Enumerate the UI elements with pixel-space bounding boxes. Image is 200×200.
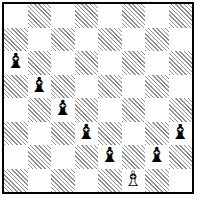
square-e3[interactable] [98,122,122,146]
square-f1[interactable]: ♗ [122,169,146,193]
square-c2[interactable] [51,145,75,169]
square-b2[interactable] [28,145,52,169]
square-b3[interactable] [28,122,52,146]
square-e8[interactable] [98,4,122,28]
square-g4[interactable] [145,98,169,122]
square-e4[interactable] [98,98,122,122]
square-g6[interactable] [145,51,169,75]
square-h2[interactable] [169,145,193,169]
square-f6[interactable] [122,51,146,75]
square-b4[interactable] [28,98,52,122]
square-d4[interactable] [75,98,99,122]
square-b7[interactable] [28,28,52,52]
square-a7[interactable] [4,28,28,52]
black-bishop[interactable]: ♝ [6,51,25,72]
square-e6[interactable] [98,51,122,75]
square-a4[interactable] [4,98,28,122]
square-d1[interactable] [75,169,99,193]
square-a5[interactable] [4,75,28,99]
square-d2[interactable] [75,145,99,169]
square-e5[interactable] [98,75,122,99]
black-bishop[interactable]: ♝ [77,122,96,143]
square-g1[interactable] [145,169,169,193]
square-a1[interactable] [4,169,28,193]
square-g2[interactable]: ♝ [145,145,169,169]
square-d6[interactable] [75,51,99,75]
black-bishop[interactable]: ♝ [100,145,119,166]
black-bishop[interactable]: ♝ [30,75,49,96]
square-a6[interactable]: ♝ [4,51,28,75]
square-g3[interactable] [145,122,169,146]
square-b8[interactable] [28,4,52,28]
square-f4[interactable] [122,98,146,122]
square-a3[interactable] [4,122,28,146]
square-c6[interactable] [51,51,75,75]
square-h6[interactable] [169,51,193,75]
square-c5[interactable] [51,75,75,99]
square-h8[interactable] [169,4,193,28]
square-g5[interactable] [145,75,169,99]
square-f2[interactable] [122,145,146,169]
black-bishop[interactable]: ♝ [171,122,190,143]
black-bishop[interactable]: ♝ [53,98,72,119]
square-f5[interactable] [122,75,146,99]
square-c3[interactable] [51,122,75,146]
square-b5[interactable]: ♝ [28,75,52,99]
square-d7[interactable] [75,28,99,52]
square-c1[interactable] [51,169,75,193]
square-b1[interactable] [28,169,52,193]
square-e2[interactable]: ♝ [98,145,122,169]
chess-board: ♝♝♝♝♝♝♝♗ [2,2,194,194]
square-a8[interactable] [4,4,28,28]
square-g8[interactable] [145,4,169,28]
black-bishop[interactable]: ♝ [147,145,166,166]
square-h1[interactable] [169,169,193,193]
square-c7[interactable] [51,28,75,52]
white-bishop[interactable]: ♗ [124,169,143,190]
square-d5[interactable] [75,75,99,99]
square-e7[interactable] [98,28,122,52]
square-h3[interactable]: ♝ [169,122,193,146]
square-h7[interactable] [169,28,193,52]
square-e1[interactable] [98,169,122,193]
square-f7[interactable] [122,28,146,52]
chess-diagram: ♝♝♝♝♝♝♝♗ [0,0,200,200]
square-d3[interactable]: ♝ [75,122,99,146]
square-f8[interactable] [122,4,146,28]
square-b6[interactable] [28,51,52,75]
square-c8[interactable] [51,4,75,28]
square-c4[interactable]: ♝ [51,98,75,122]
square-a2[interactable] [4,145,28,169]
square-d8[interactable] [75,4,99,28]
square-g7[interactable] [145,28,169,52]
square-h4[interactable] [169,98,193,122]
square-f3[interactable] [122,122,146,146]
square-h5[interactable] [169,75,193,99]
